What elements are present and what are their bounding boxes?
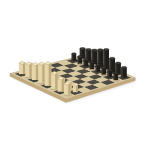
piece-top (96, 64, 101, 66)
piece-side-highlight (121, 68, 123, 78)
piece-side-shade (55, 73, 58, 89)
piece-top (90, 61, 95, 63)
piece-top (72, 53, 77, 55)
chess-set-product-photo (0, 0, 148, 148)
piece-top (73, 83, 78, 86)
piece-top (114, 72, 119, 74)
piece-top (80, 48, 86, 51)
piece-top (98, 49, 104, 52)
piece-side-shade (42, 64, 45, 83)
piece-top (121, 66, 127, 69)
piece-side-shade (49, 63, 52, 86)
piece-side-shade (62, 78, 65, 91)
piece-top (86, 49, 92, 52)
piece-side-shade (29, 64, 32, 77)
chess-board (0, 0, 148, 148)
piece-side-shade (23, 63, 26, 74)
piece-top (115, 62, 121, 65)
piece-top (78, 56, 83, 58)
piece-black-rook[interactable] (121, 66, 129, 79)
piece-top (84, 58, 89, 60)
piece-top (109, 57, 115, 60)
piece-top (92, 49, 98, 52)
piece-top (104, 49, 110, 52)
piece-top (108, 69, 113, 71)
piece-top (102, 66, 107, 68)
piece-side-shade (68, 83, 71, 94)
piece-side-shade (36, 64, 39, 80)
